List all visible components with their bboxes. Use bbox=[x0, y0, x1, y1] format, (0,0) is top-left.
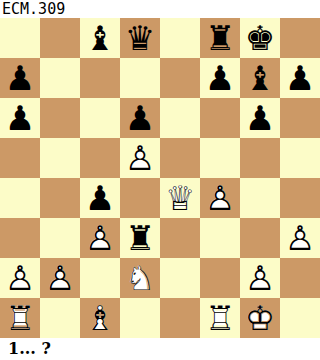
black-king: ♚ bbox=[240, 18, 280, 58]
square-h6[interactable] bbox=[280, 98, 320, 138]
white-pawn: ♟♙ bbox=[40, 258, 80, 298]
square-d8[interactable]: ♛ bbox=[120, 18, 160, 58]
white-pawn: ♟♙ bbox=[80, 218, 120, 258]
square-h5[interactable] bbox=[280, 138, 320, 178]
square-b8[interactable] bbox=[40, 18, 80, 58]
square-g1[interactable]: ♚♔ bbox=[240, 298, 280, 338]
square-e2[interactable] bbox=[160, 258, 200, 298]
square-c5[interactable] bbox=[80, 138, 120, 178]
square-d7[interactable] bbox=[120, 58, 160, 98]
square-e3[interactable] bbox=[160, 218, 200, 258]
square-c7[interactable] bbox=[80, 58, 120, 98]
move-prompt: 1... ? bbox=[0, 338, 320, 360]
square-g5[interactable] bbox=[240, 138, 280, 178]
square-c4[interactable]: ♟ bbox=[80, 178, 120, 218]
square-f1[interactable]: ♜♖ bbox=[200, 298, 240, 338]
square-h8[interactable] bbox=[280, 18, 320, 58]
square-e8[interactable] bbox=[160, 18, 200, 58]
square-c8[interactable]: ♝ bbox=[80, 18, 120, 58]
square-g2[interactable]: ♟♙ bbox=[240, 258, 280, 298]
white-rook: ♜♖ bbox=[200, 298, 240, 338]
square-e5[interactable] bbox=[160, 138, 200, 178]
square-b6[interactable] bbox=[40, 98, 80, 138]
square-d2[interactable]: ♞♘ bbox=[120, 258, 160, 298]
square-a5[interactable] bbox=[0, 138, 40, 178]
white-king: ♚♔ bbox=[240, 298, 280, 338]
black-pawn: ♟ bbox=[280, 58, 320, 98]
square-f6[interactable] bbox=[200, 98, 240, 138]
black-pawn: ♟ bbox=[0, 98, 40, 138]
square-c1[interactable]: ♝♗ bbox=[80, 298, 120, 338]
square-a1[interactable]: ♜♖ bbox=[0, 298, 40, 338]
square-c3[interactable]: ♟♙ bbox=[80, 218, 120, 258]
square-h3[interactable]: ♟♙ bbox=[280, 218, 320, 258]
black-pawn: ♟ bbox=[200, 58, 240, 98]
chess-board: ♝♛♜♚♟♟♝♟♟♟♟♟♙♟♛♕♟♙♟♙♜♟♙♟♙♟♙♞♘♟♙♜♖♝♗♜♖♚♔ bbox=[0, 18, 320, 338]
square-d1[interactable] bbox=[120, 298, 160, 338]
square-d4[interactable] bbox=[120, 178, 160, 218]
square-b1[interactable] bbox=[40, 298, 80, 338]
black-pawn: ♟ bbox=[0, 58, 40, 98]
white-bishop: ♝♗ bbox=[80, 298, 120, 338]
black-queen: ♛ bbox=[120, 18, 160, 58]
square-d5[interactable]: ♟♙ bbox=[120, 138, 160, 178]
black-bishop: ♝ bbox=[240, 58, 280, 98]
white-pawn: ♟♙ bbox=[280, 218, 320, 258]
square-g4[interactable] bbox=[240, 178, 280, 218]
white-rook: ♜♖ bbox=[0, 298, 40, 338]
square-e7[interactable] bbox=[160, 58, 200, 98]
white-pawn: ♟♙ bbox=[0, 258, 40, 298]
square-a6[interactable]: ♟ bbox=[0, 98, 40, 138]
square-a8[interactable] bbox=[0, 18, 40, 58]
square-g3[interactable] bbox=[240, 218, 280, 258]
white-knight: ♞♘ bbox=[120, 258, 160, 298]
square-h2[interactable] bbox=[280, 258, 320, 298]
square-g8[interactable]: ♚ bbox=[240, 18, 280, 58]
square-g7[interactable]: ♝ bbox=[240, 58, 280, 98]
square-f8[interactable]: ♜ bbox=[200, 18, 240, 58]
black-pawn: ♟ bbox=[80, 178, 120, 218]
black-pawn: ♟ bbox=[240, 98, 280, 138]
square-h4[interactable] bbox=[280, 178, 320, 218]
square-b7[interactable] bbox=[40, 58, 80, 98]
square-f3[interactable] bbox=[200, 218, 240, 258]
square-a3[interactable] bbox=[0, 218, 40, 258]
black-pawn: ♟ bbox=[120, 98, 160, 138]
square-b4[interactable] bbox=[40, 178, 80, 218]
square-g6[interactable]: ♟ bbox=[240, 98, 280, 138]
black-rook: ♜ bbox=[120, 218, 160, 258]
white-pawn: ♟♙ bbox=[120, 138, 160, 178]
square-d6[interactable]: ♟ bbox=[120, 98, 160, 138]
square-h1[interactable] bbox=[280, 298, 320, 338]
square-b5[interactable] bbox=[40, 138, 80, 178]
square-h7[interactable]: ♟ bbox=[280, 58, 320, 98]
square-b2[interactable]: ♟♙ bbox=[40, 258, 80, 298]
black-rook: ♜ bbox=[200, 18, 240, 58]
square-f4[interactable]: ♟♙ bbox=[200, 178, 240, 218]
square-e4[interactable]: ♛♕ bbox=[160, 178, 200, 218]
white-pawn: ♟♙ bbox=[240, 258, 280, 298]
square-f5[interactable] bbox=[200, 138, 240, 178]
square-c6[interactable] bbox=[80, 98, 120, 138]
square-a7[interactable]: ♟ bbox=[0, 58, 40, 98]
black-bishop: ♝ bbox=[80, 18, 120, 58]
square-e1[interactable] bbox=[160, 298, 200, 338]
square-e6[interactable] bbox=[160, 98, 200, 138]
square-d3[interactable]: ♜ bbox=[120, 218, 160, 258]
square-a2[interactable]: ♟♙ bbox=[0, 258, 40, 298]
square-b3[interactable] bbox=[40, 218, 80, 258]
white-pawn: ♟♙ bbox=[200, 178, 240, 218]
puzzle-title: ECM.309 bbox=[0, 0, 320, 18]
square-c2[interactable] bbox=[80, 258, 120, 298]
square-f7[interactable]: ♟ bbox=[200, 58, 240, 98]
white-queen: ♛♕ bbox=[160, 178, 200, 218]
square-a4[interactable] bbox=[0, 178, 40, 218]
square-f2[interactable] bbox=[200, 258, 240, 298]
